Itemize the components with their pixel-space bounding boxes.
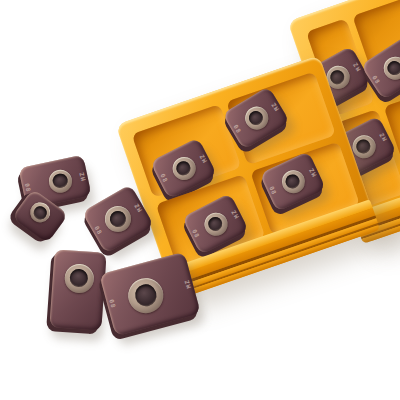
insert-hole-bore [132, 282, 159, 309]
milling-insert: 08MZ [99, 252, 201, 337]
insert-hole-bore [69, 269, 88, 288]
insert-hole-bore [246, 108, 266, 128]
insert-hole-bore [174, 159, 193, 178]
insert-hole-bore [32, 204, 49, 221]
insert-hole-bore [52, 172, 69, 189]
insert-hole-bore [385, 58, 400, 78]
insert-hole-bore [107, 208, 129, 230]
milling-insert [49, 249, 106, 330]
insert-hole-bore [283, 172, 302, 191]
insert-hole-bore [328, 68, 347, 87]
insert-hole-bore [354, 137, 373, 156]
product-photo: 08MZ 08MZ 08MZ 08MZ 08MZ 08MZ 08MZ [0, 0, 400, 400]
milling-insert: 08MZ [259, 151, 326, 212]
insert-hole-bore [206, 214, 225, 233]
